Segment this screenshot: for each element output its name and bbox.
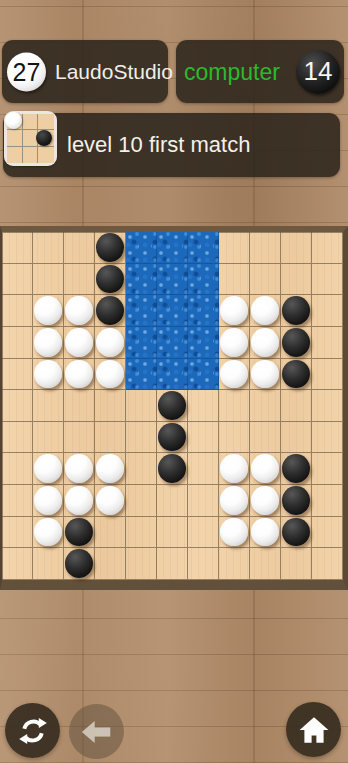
board-cell[interactable] bbox=[95, 453, 126, 485]
board-cell[interactable] bbox=[312, 390, 343, 422]
board-cell[interactable] bbox=[312, 232, 343, 264]
board-cell[interactable] bbox=[2, 327, 33, 359]
game-board bbox=[0, 226, 348, 590]
board-cell[interactable] bbox=[250, 390, 281, 422]
refresh-icon bbox=[17, 715, 49, 747]
board-cell[interactable] bbox=[157, 453, 188, 485]
white-disc bbox=[34, 518, 62, 547]
board-cell[interactable] bbox=[2, 517, 33, 549]
board-cell[interactable] bbox=[64, 359, 95, 391]
board-cell[interactable] bbox=[33, 548, 64, 580]
home-button[interactable] bbox=[286, 702, 341, 757]
black-disc bbox=[282, 360, 310, 389]
board-cell[interactable] bbox=[250, 422, 281, 454]
board-cell[interactable] bbox=[157, 548, 188, 580]
board-cell[interactable] bbox=[250, 295, 281, 327]
board-cell[interactable] bbox=[157, 485, 188, 517]
board-cell[interactable] bbox=[312, 264, 343, 296]
white-disc bbox=[34, 328, 62, 357]
board-cell[interactable] bbox=[126, 422, 157, 454]
water-cell bbox=[157, 264, 188, 296]
board-cell[interactable] bbox=[95, 485, 126, 517]
white-disc bbox=[251, 360, 279, 389]
board-cell[interactable] bbox=[33, 390, 64, 422]
level-label: level 10 first match bbox=[67, 132, 250, 158]
board-cell[interactable] bbox=[33, 327, 64, 359]
black-score: 14 bbox=[304, 56, 333, 87]
board-cell[interactable] bbox=[157, 517, 188, 549]
board-cell[interactable] bbox=[157, 422, 188, 454]
white-disc bbox=[65, 296, 93, 325]
board-cell[interactable] bbox=[2, 295, 33, 327]
back-arrow-icon bbox=[80, 719, 113, 745]
board-cell[interactable] bbox=[281, 232, 312, 264]
white-disc bbox=[251, 296, 279, 325]
restart-button[interactable] bbox=[5, 703, 60, 758]
water-cell bbox=[157, 232, 188, 264]
white-disc bbox=[65, 454, 93, 483]
white-disc bbox=[220, 454, 248, 483]
board-cell[interactable] bbox=[95, 264, 126, 296]
black-disc bbox=[96, 265, 124, 294]
board-cell[interactable] bbox=[64, 453, 95, 485]
water-cell bbox=[188, 359, 219, 391]
board-cell[interactable] bbox=[33, 232, 64, 264]
board-cell[interactable] bbox=[95, 422, 126, 454]
board-cell[interactable] bbox=[2, 453, 33, 485]
black-disc bbox=[282, 486, 310, 515]
board-cell[interactable] bbox=[188, 422, 219, 454]
board-cell[interactable] bbox=[312, 548, 343, 580]
board-cell[interactable] bbox=[64, 264, 95, 296]
board-cell[interactable] bbox=[219, 327, 250, 359]
board-cell[interactable] bbox=[281, 327, 312, 359]
board-cell[interactable] bbox=[2, 232, 33, 264]
board-cell[interactable] bbox=[219, 295, 250, 327]
board-cell[interactable] bbox=[2, 422, 33, 454]
white-disc bbox=[96, 360, 124, 389]
white-disc bbox=[251, 328, 279, 357]
white-disc bbox=[251, 518, 279, 547]
board-cell[interactable] bbox=[95, 359, 126, 391]
white-disc bbox=[34, 360, 62, 389]
board-cell[interactable] bbox=[281, 485, 312, 517]
black-disc bbox=[282, 328, 310, 357]
water-cell bbox=[126, 359, 157, 391]
board-cell[interactable] bbox=[219, 517, 250, 549]
board-cell[interactable] bbox=[188, 390, 219, 422]
white-disc bbox=[251, 486, 279, 515]
board-cell[interactable] bbox=[188, 453, 219, 485]
board-cell[interactable] bbox=[33, 453, 64, 485]
board-cell[interactable] bbox=[95, 232, 126, 264]
white-disc bbox=[251, 454, 279, 483]
water-cell bbox=[188, 232, 219, 264]
white-disc bbox=[220, 328, 248, 357]
board-cell[interactable] bbox=[250, 359, 281, 391]
black-disc bbox=[65, 518, 93, 547]
board-cell[interactable] bbox=[281, 264, 312, 296]
water-cell bbox=[157, 327, 188, 359]
board-cell[interactable] bbox=[126, 548, 157, 580]
black-disc bbox=[158, 391, 186, 420]
black-disc bbox=[282, 454, 310, 483]
board-cell[interactable] bbox=[312, 422, 343, 454]
board-cell[interactable] bbox=[250, 485, 281, 517]
board-cell[interactable] bbox=[312, 295, 343, 327]
black-score-panel: computer 14 bbox=[176, 40, 344, 103]
mini-white-disc-icon bbox=[5, 112, 22, 129]
board-cell[interactable] bbox=[281, 295, 312, 327]
board-cell[interactable] bbox=[281, 359, 312, 391]
board-cell[interactable] bbox=[219, 264, 250, 296]
white-disc bbox=[96, 486, 124, 515]
water-cell bbox=[157, 295, 188, 327]
board-cell[interactable] bbox=[33, 517, 64, 549]
board-cell[interactable] bbox=[2, 390, 33, 422]
board-cell[interactable] bbox=[188, 485, 219, 517]
board-cell[interactable] bbox=[64, 517, 95, 549]
board-cell[interactable] bbox=[219, 548, 250, 580]
water-cell bbox=[188, 327, 219, 359]
board-cell[interactable] bbox=[95, 517, 126, 549]
board-cell[interactable] bbox=[2, 359, 33, 391]
water-cell bbox=[126, 295, 157, 327]
white-disc bbox=[220, 518, 248, 547]
board-cell[interactable] bbox=[219, 359, 250, 391]
board-cell[interactable] bbox=[95, 548, 126, 580]
board-cell[interactable] bbox=[33, 359, 64, 391]
board-cell[interactable] bbox=[188, 517, 219, 549]
board-cell[interactable] bbox=[64, 327, 95, 359]
board-cell[interactable] bbox=[33, 264, 64, 296]
board-cell[interactable] bbox=[95, 390, 126, 422]
white-disc bbox=[34, 454, 62, 483]
board-cell[interactable] bbox=[219, 453, 250, 485]
undo-button[interactable] bbox=[69, 704, 124, 759]
board-cell[interactable] bbox=[2, 548, 33, 580]
white-score-disc: 27 bbox=[7, 52, 46, 91]
board-cell[interactable] bbox=[281, 453, 312, 485]
white-disc bbox=[65, 360, 93, 389]
water-cell bbox=[126, 232, 157, 264]
board-cell[interactable] bbox=[250, 327, 281, 359]
black-disc bbox=[96, 233, 124, 262]
water-cell bbox=[157, 359, 188, 391]
board-cell[interactable] bbox=[250, 232, 281, 264]
board-cell[interactable] bbox=[64, 295, 95, 327]
board-cell[interactable] bbox=[95, 327, 126, 359]
board-cell[interactable] bbox=[219, 485, 250, 517]
board-cell[interactable] bbox=[33, 485, 64, 517]
white-disc bbox=[34, 486, 62, 515]
black-disc bbox=[282, 518, 310, 547]
black-disc bbox=[96, 296, 124, 325]
white-disc bbox=[96, 328, 124, 357]
board-cell[interactable] bbox=[64, 485, 95, 517]
board-cell[interactable] bbox=[281, 548, 312, 580]
board-cell[interactable] bbox=[2, 264, 33, 296]
mini-board-icon bbox=[4, 111, 57, 166]
board-cell[interactable] bbox=[126, 485, 157, 517]
white-disc bbox=[220, 296, 248, 325]
board-cell[interactable] bbox=[312, 453, 343, 485]
home-icon bbox=[298, 715, 330, 745]
white-player-name: LaudoStudio bbox=[55, 60, 173, 84]
board-cell[interactable] bbox=[33, 295, 64, 327]
white-disc bbox=[65, 328, 93, 357]
match-info-panel: level 10 first match bbox=[3, 113, 340, 177]
board-cell[interactable] bbox=[219, 390, 250, 422]
white-disc bbox=[220, 486, 248, 515]
board-grid bbox=[2, 232, 343, 580]
black-disc bbox=[65, 549, 93, 578]
black-disc bbox=[158, 454, 186, 483]
black-score-disc: 14 bbox=[296, 50, 340, 94]
board-cell[interactable] bbox=[188, 548, 219, 580]
white-score: 27 bbox=[13, 57, 41, 86]
board-cell[interactable] bbox=[250, 517, 281, 549]
black-disc bbox=[158, 423, 186, 452]
white-score-panel: 27 LaudoStudio bbox=[2, 40, 168, 103]
white-disc bbox=[96, 454, 124, 483]
board-cell[interactable] bbox=[64, 390, 95, 422]
board-cell[interactable] bbox=[64, 232, 95, 264]
board-cell[interactable] bbox=[281, 390, 312, 422]
board-cell[interactable] bbox=[64, 548, 95, 580]
board-cell[interactable] bbox=[64, 422, 95, 454]
board-cell[interactable] bbox=[312, 517, 343, 549]
black-player-name: computer bbox=[184, 58, 280, 85]
board-cell[interactable] bbox=[219, 232, 250, 264]
mini-board-grid bbox=[7, 114, 54, 163]
water-cell bbox=[126, 264, 157, 296]
board-cell[interactable] bbox=[95, 295, 126, 327]
board-cell[interactable] bbox=[126, 517, 157, 549]
white-disc bbox=[220, 360, 248, 389]
board-cell[interactable] bbox=[312, 485, 343, 517]
board-cell[interactable] bbox=[281, 422, 312, 454]
board-cell[interactable] bbox=[2, 485, 33, 517]
water-cell bbox=[188, 264, 219, 296]
board-cell[interactable] bbox=[126, 453, 157, 485]
white-disc bbox=[65, 486, 93, 515]
water-cell bbox=[126, 327, 157, 359]
board-cell[interactable] bbox=[250, 264, 281, 296]
board-cell[interactable] bbox=[219, 422, 250, 454]
board-cell[interactable] bbox=[33, 422, 64, 454]
board-cell[interactable] bbox=[250, 453, 281, 485]
white-disc bbox=[34, 296, 62, 325]
black-disc bbox=[282, 296, 310, 325]
board-cell[interactable] bbox=[157, 390, 188, 422]
board-cell[interactable] bbox=[281, 517, 312, 549]
board-cell[interactable] bbox=[250, 548, 281, 580]
mini-black-disc-icon bbox=[36, 130, 52, 146]
board-cell[interactable] bbox=[312, 359, 343, 391]
board-cell[interactable] bbox=[126, 390, 157, 422]
board-cell[interactable] bbox=[312, 327, 343, 359]
water-cell bbox=[188, 295, 219, 327]
